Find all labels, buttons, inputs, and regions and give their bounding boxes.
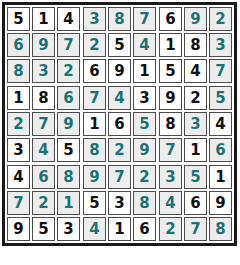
cell-r8c1[interactable]: 7 <box>7 191 30 215</box>
cell-r2c4[interactable]: 2 <box>83 33 106 57</box>
cell-r2c7[interactable]: 1 <box>159 33 182 57</box>
cell-r8c8[interactable]: 6 <box>184 191 207 215</box>
cell-r8c2[interactable]: 2 <box>32 191 55 215</box>
cell-r9c5[interactable]: 1 <box>108 217 131 241</box>
cell-r9c1[interactable]: 9 <box>7 217 30 241</box>
cell-r4c4[interactable]: 7 <box>83 86 106 110</box>
cell-r5c5[interactable]: 6 <box>108 112 131 136</box>
cell-r8c9[interactable]: 9 <box>209 191 232 215</box>
cell-r3c9[interactable]: 7 <box>209 59 232 83</box>
cell-r9c7[interactable]: 2 <box>159 217 182 241</box>
cell-r6c5[interactable]: 2 <box>108 138 131 162</box>
cell-r3c1[interactable]: 8 <box>7 59 30 83</box>
cell-r7c1[interactable]: 4 <box>7 165 30 189</box>
cell-r8c4[interactable]: 5 <box>83 191 106 215</box>
cell-r1c1[interactable]: 5 <box>7 7 30 31</box>
cell-r9c8[interactable]: 7 <box>184 217 207 241</box>
cell-r2c1[interactable]: 6 <box>7 33 30 57</box>
cell-r2c8[interactable]: 8 <box>184 33 207 57</box>
cell-r1c7[interactable]: 6 <box>159 7 182 31</box>
cell-r6c4[interactable]: 8 <box>83 138 106 162</box>
cell-r8c7[interactable]: 4 <box>159 191 182 215</box>
box-6: 925834716 <box>159 86 232 162</box>
cell-r5c9[interactable]: 4 <box>209 112 232 136</box>
box-9: 351469278 <box>159 165 232 241</box>
cell-r2c2[interactable]: 9 <box>32 33 55 57</box>
cell-r7c4[interactable]: 9 <box>83 165 106 189</box>
cell-r1c4[interactable]: 3 <box>83 7 106 31</box>
cell-r9c6[interactable]: 6 <box>133 217 156 241</box>
cell-r5c6[interactable]: 5 <box>133 112 156 136</box>
cell-r4c8[interactable]: 2 <box>184 86 207 110</box>
cell-r1c3[interactable]: 4 <box>57 7 80 31</box>
cell-r7c8[interactable]: 5 <box>184 165 207 189</box>
cell-r7c3[interactable]: 8 <box>57 165 80 189</box>
cell-r6c7[interactable]: 7 <box>159 138 182 162</box>
cell-r6c8[interactable]: 1 <box>184 138 207 162</box>
cell-r9c9[interactable]: 8 <box>209 217 232 241</box>
cell-r1c2[interactable]: 1 <box>32 7 55 31</box>
box-3: 692183547 <box>159 7 232 83</box>
box-5: 743165829 <box>83 86 156 162</box>
box-4: 186279345 <box>7 86 80 162</box>
cell-r8c6[interactable]: 8 <box>133 191 156 215</box>
cell-r4c1[interactable]: 1 <box>7 86 30 110</box>
cell-r5c7[interactable]: 8 <box>159 112 182 136</box>
sudoku-board: 5146978323872546916921835471862793457431… <box>2 2 237 246</box>
box-2: 387254691 <box>83 7 156 83</box>
cell-r7c2[interactable]: 6 <box>32 165 55 189</box>
cell-r9c3[interactable]: 3 <box>57 217 80 241</box>
cell-r3c3[interactable]: 2 <box>57 59 80 83</box>
cell-r1c6[interactable]: 7 <box>133 7 156 31</box>
cell-r8c3[interactable]: 1 <box>57 191 80 215</box>
cell-r9c2[interactable]: 5 <box>32 217 55 241</box>
cell-r2c9[interactable]: 3 <box>209 33 232 57</box>
box-8: 972538416 <box>83 165 156 241</box>
cell-r5c8[interactable]: 3 <box>184 112 207 136</box>
cell-r2c6[interactable]: 4 <box>133 33 156 57</box>
cell-r3c2[interactable]: 3 <box>32 59 55 83</box>
cell-r3c7[interactable]: 5 <box>159 59 182 83</box>
cell-r5c3[interactable]: 9 <box>57 112 80 136</box>
cell-r3c4[interactable]: 6 <box>83 59 106 83</box>
cell-r4c7[interactable]: 9 <box>159 86 182 110</box>
cell-r1c5[interactable]: 8 <box>108 7 131 31</box>
cell-r7c5[interactable]: 7 <box>108 165 131 189</box>
cell-r5c1[interactable]: 2 <box>7 112 30 136</box>
cell-r2c5[interactable]: 5 <box>108 33 131 57</box>
cell-r6c6[interactable]: 9 <box>133 138 156 162</box>
box-1: 514697832 <box>7 7 80 83</box>
cell-r8c5[interactable]: 3 <box>108 191 131 215</box>
cell-r5c2[interactable]: 7 <box>32 112 55 136</box>
cell-r6c9[interactable]: 6 <box>209 138 232 162</box>
cell-r1c9[interactable]: 2 <box>209 7 232 31</box>
cell-r5c4[interactable]: 1 <box>83 112 106 136</box>
cell-r2c3[interactable]: 7 <box>57 33 80 57</box>
cell-r6c1[interactable]: 3 <box>7 138 30 162</box>
cell-r4c6[interactable]: 3 <box>133 86 156 110</box>
cell-r1c8[interactable]: 9 <box>184 7 207 31</box>
cell-r3c6[interactable]: 1 <box>133 59 156 83</box>
cell-r9c4[interactable]: 4 <box>83 217 106 241</box>
cell-r3c5[interactable]: 9 <box>108 59 131 83</box>
cell-r4c3[interactable]: 6 <box>57 86 80 110</box>
cell-r7c6[interactable]: 2 <box>133 165 156 189</box>
cell-r6c3[interactable]: 5 <box>57 138 80 162</box>
cell-r3c8[interactable]: 4 <box>184 59 207 83</box>
cell-r7c9[interactable]: 1 <box>209 165 232 189</box>
box-7: 468721953 <box>7 165 80 241</box>
cell-r7c7[interactable]: 3 <box>159 165 182 189</box>
cell-r4c5[interactable]: 4 <box>108 86 131 110</box>
cell-r6c2[interactable]: 4 <box>32 138 55 162</box>
cell-r4c9[interactable]: 5 <box>209 86 232 110</box>
cell-r4c2[interactable]: 8 <box>32 86 55 110</box>
